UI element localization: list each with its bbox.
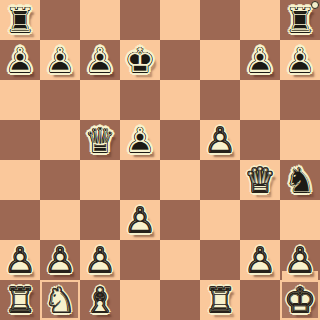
square-d8[interactable]	[120, 0, 160, 40]
square-h4[interactable]: ♞♞♘	[280, 160, 320, 200]
square-a7[interactable]: ♟♟♙	[0, 40, 40, 80]
white-pawn[interactable]: ♟♟♙	[80, 240, 120, 280]
square-g3[interactable]	[240, 200, 280, 240]
square-a3[interactable]	[0, 200, 40, 240]
square-e5[interactable]	[160, 120, 200, 160]
square-h2[interactable]: ♟♟♙	[280, 240, 320, 280]
square-g8[interactable]	[240, 0, 280, 40]
square-d7[interactable]: ♚♚♔	[120, 40, 160, 80]
black-pawn[interactable]: ♟♟♙	[0, 40, 40, 80]
square-f7[interactable]	[200, 40, 240, 80]
white-pawn[interactable]: ♟♟♙	[0, 240, 40, 280]
square-h7[interactable]: ♟♟♙	[280, 40, 320, 80]
square-b6[interactable]	[40, 80, 80, 120]
white-pawn[interactable]: ♟♟♙	[280, 240, 320, 280]
square-b3[interactable]	[40, 200, 80, 240]
square-c2[interactable]: ♟♟♙	[80, 240, 120, 280]
square-b7[interactable]: ♟♟♙	[40, 40, 80, 80]
white-pawn[interactable]: ♟♟♙	[240, 240, 280, 280]
square-d1[interactable]	[120, 280, 160, 320]
white-pawn[interactable]: ♟♟♙	[200, 120, 240, 160]
square-h1[interactable]: ♚♚♔	[280, 280, 320, 320]
square-c8[interactable]	[80, 0, 120, 40]
square-e4[interactable]	[160, 160, 200, 200]
white-pawn[interactable]: ♟♟♙	[40, 240, 80, 280]
black-pawn[interactable]: ♟♟♙	[120, 120, 160, 160]
chess-board: ♜♜♖♜♜♖♟♟♙♟♟♙♟♟♙♚♚♔♟♟♙♟♟♙♛♛♕♟♟♙♟♟♙♛♛♕♞♞♘♟…	[0, 0, 320, 320]
square-a2[interactable]: ♟♟♙	[0, 240, 40, 280]
square-h8[interactable]: ♜♜♖	[280, 0, 320, 40]
white-bishop[interactable]: ♝♝♗	[80, 280, 120, 320]
black-pawn[interactable]: ♟♟♙	[280, 40, 320, 80]
white-knight[interactable]: ♞♞♘	[40, 280, 80, 320]
square-c5[interactable]: ♛♛♕	[80, 120, 120, 160]
white-rook[interactable]: ♜♜♖	[0, 280, 40, 320]
black-pawn[interactable]: ♟♟♙	[40, 40, 80, 80]
square-e1[interactable]	[160, 280, 200, 320]
black-pawn[interactable]: ♟♟♙	[240, 40, 280, 80]
square-c1[interactable]: ♝♝♗	[80, 280, 120, 320]
square-h3[interactable]	[280, 200, 320, 240]
move-marker-circle-icon	[311, 1, 319, 9]
square-c7[interactable]: ♟♟♙	[80, 40, 120, 80]
square-a5[interactable]	[0, 120, 40, 160]
square-h6[interactable]	[280, 80, 320, 120]
square-a4[interactable]	[0, 160, 40, 200]
square-f3[interactable]	[200, 200, 240, 240]
square-d5[interactable]: ♟♟♙	[120, 120, 160, 160]
square-c4[interactable]	[80, 160, 120, 200]
square-b5[interactable]	[40, 120, 80, 160]
square-f8[interactable]	[200, 0, 240, 40]
square-d4[interactable]	[120, 160, 160, 200]
square-g5[interactable]	[240, 120, 280, 160]
square-g2[interactable]: ♟♟♙	[240, 240, 280, 280]
square-e7[interactable]	[160, 40, 200, 80]
square-f6[interactable]	[200, 80, 240, 120]
square-d2[interactable]	[120, 240, 160, 280]
square-b4[interactable]	[40, 160, 80, 200]
square-a1[interactable]: ♜♜♖	[0, 280, 40, 320]
white-rook[interactable]: ♜♜♖	[200, 280, 240, 320]
square-b1[interactable]: ♞♞♘	[40, 280, 80, 320]
square-a8[interactable]: ♜♜♖	[0, 0, 40, 40]
square-g7[interactable]: ♟♟♙	[240, 40, 280, 80]
square-c6[interactable]	[80, 80, 120, 120]
square-d3[interactable]: ♟♟♙	[120, 200, 160, 240]
square-b8[interactable]	[40, 0, 80, 40]
white-king[interactable]: ♚♚♔	[280, 280, 320, 320]
square-e3[interactable]	[160, 200, 200, 240]
square-a6[interactable]	[0, 80, 40, 120]
square-e6[interactable]	[160, 80, 200, 120]
square-f4[interactable]	[200, 160, 240, 200]
square-g4[interactable]: ♛♛♕	[240, 160, 280, 200]
square-c3[interactable]	[80, 200, 120, 240]
black-king[interactable]: ♚♚♔	[120, 40, 160, 80]
square-b2[interactable]: ♟♟♙	[40, 240, 80, 280]
square-h5[interactable]	[280, 120, 320, 160]
square-g6[interactable]	[240, 80, 280, 120]
black-queen[interactable]: ♛♛♕	[80, 120, 120, 160]
white-pawn[interactable]: ♟♟♙	[120, 200, 160, 240]
square-e8[interactable]	[160, 0, 200, 40]
square-f5[interactable]: ♟♟♙	[200, 120, 240, 160]
square-d6[interactable]	[120, 80, 160, 120]
black-knight[interactable]: ♞♞♘	[280, 160, 320, 200]
white-queen[interactable]: ♛♛♕	[240, 160, 280, 200]
square-g1[interactable]	[240, 280, 280, 320]
square-f1[interactable]: ♜♜♖	[200, 280, 240, 320]
black-pawn[interactable]: ♟♟♙	[80, 40, 120, 80]
square-f2[interactable]	[200, 240, 240, 280]
black-rook[interactable]: ♜♜♖	[0, 0, 40, 40]
square-e2[interactable]	[160, 240, 200, 280]
